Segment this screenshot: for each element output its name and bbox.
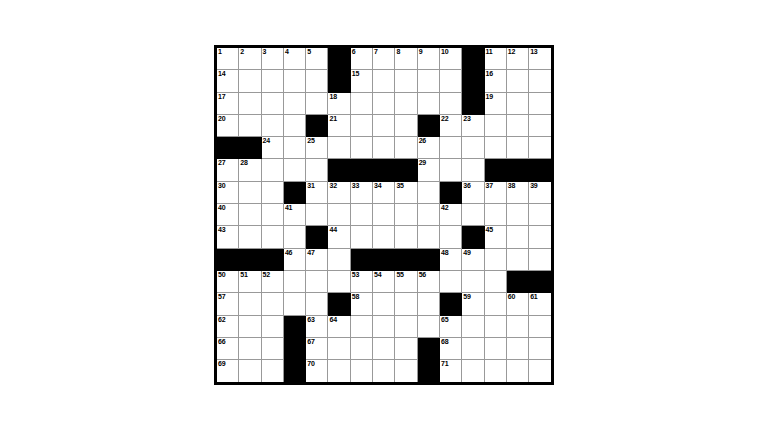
white-cell[interactable]: [395, 293, 417, 315]
crossword-grid: 1234567891011121314151617181920212223242…: [214, 45, 554, 385]
clue-number: 30: [218, 182, 225, 190]
clue-number: 38: [508, 182, 515, 190]
white-cell[interactable]: [418, 293, 440, 315]
white-cell[interactable]: 30: [217, 182, 239, 204]
white-cell[interactable]: 67: [306, 338, 328, 360]
white-cell[interactable]: 34: [373, 182, 395, 204]
white-cell[interactable]: [262, 338, 284, 360]
white-cell[interactable]: [507, 204, 529, 226]
clue-number: 49: [463, 249, 470, 257]
black-cell: [328, 70, 350, 92]
white-cell[interactable]: [418, 316, 440, 338]
white-cell[interactable]: [373, 115, 395, 137]
white-cell[interactable]: 10: [440, 48, 462, 70]
clue-number: 5: [307, 48, 311, 56]
white-cell[interactable]: [462, 137, 484, 159]
white-cell[interactable]: [284, 293, 306, 315]
white-cell[interactable]: [262, 293, 284, 315]
white-cell[interactable]: [418, 204, 440, 226]
white-cell[interactable]: [529, 93, 551, 115]
clue-number: 64: [329, 316, 336, 324]
white-cell[interactable]: 55: [395, 271, 417, 293]
clue-number: 63: [307, 316, 314, 324]
white-cell[interactable]: [485, 137, 507, 159]
white-cell[interactable]: 41: [284, 204, 306, 226]
clue-number: 62: [218, 316, 225, 324]
black-cell: [529, 159, 551, 181]
black-cell: [373, 159, 395, 181]
white-cell[interactable]: [507, 70, 529, 92]
white-cell[interactable]: [529, 226, 551, 248]
clue-number: 33: [352, 182, 359, 190]
clue-number: 59: [463, 293, 470, 301]
clue-number: 28: [240, 159, 247, 167]
black-cell: [328, 48, 350, 70]
white-cell[interactable]: 26: [418, 137, 440, 159]
clue-number: 69: [218, 360, 225, 368]
clue-number: 11: [486, 48, 493, 56]
clue-number: 23: [463, 115, 470, 123]
white-cell[interactable]: [351, 226, 373, 248]
black-cell: [462, 226, 484, 248]
clue-number: 46: [285, 249, 292, 257]
clue-number: 27: [218, 159, 225, 167]
white-cell[interactable]: 63: [306, 316, 328, 338]
white-cell[interactable]: [529, 338, 551, 360]
white-cell[interactable]: 24: [262, 137, 284, 159]
black-cell: [462, 93, 484, 115]
white-cell[interactable]: 37: [485, 182, 507, 204]
black-cell: [462, 48, 484, 70]
white-cell[interactable]: 11: [485, 48, 507, 70]
white-cell[interactable]: [462, 360, 484, 382]
white-cell[interactable]: [373, 316, 395, 338]
white-cell[interactable]: [262, 204, 284, 226]
black-cell: [284, 338, 306, 360]
white-cell[interactable]: [440, 226, 462, 248]
white-cell[interactable]: [507, 115, 529, 137]
white-cell[interactable]: [239, 70, 261, 92]
clue-number: 31: [307, 182, 314, 190]
white-cell[interactable]: [529, 249, 551, 271]
white-cell[interactable]: 59: [462, 293, 484, 315]
white-cell[interactable]: 71: [440, 360, 462, 382]
white-cell[interactable]: [395, 338, 417, 360]
black-cell: [351, 159, 373, 181]
black-cell: [462, 70, 484, 92]
clue-number: 20: [218, 115, 225, 123]
white-cell[interactable]: 32: [328, 182, 350, 204]
white-cell[interactable]: [351, 204, 373, 226]
clue-number: 17: [218, 93, 225, 101]
white-cell[interactable]: [306, 271, 328, 293]
clue-number: 43: [218, 226, 225, 234]
white-cell[interactable]: [239, 293, 261, 315]
white-cell[interactable]: 44: [328, 226, 350, 248]
clue-number: 12: [508, 48, 515, 56]
clue-number: 8: [396, 48, 400, 56]
white-cell[interactable]: 52: [262, 271, 284, 293]
white-cell[interactable]: 42: [440, 204, 462, 226]
white-cell[interactable]: [373, 338, 395, 360]
black-cell: [418, 360, 440, 382]
white-cell[interactable]: 57: [217, 293, 239, 315]
clue-number: 52: [263, 271, 270, 279]
white-cell[interactable]: 70: [306, 360, 328, 382]
white-cell[interactable]: [507, 93, 529, 115]
black-cell: [306, 115, 328, 137]
clue-number: 58: [352, 293, 359, 301]
white-cell[interactable]: [529, 360, 551, 382]
clue-number: 15: [352, 70, 359, 78]
white-cell[interactable]: 66: [217, 338, 239, 360]
white-cell[interactable]: 65: [440, 316, 462, 338]
white-cell[interactable]: [239, 182, 261, 204]
black-cell: [395, 159, 417, 181]
white-cell[interactable]: [306, 70, 328, 92]
clue-number: 22: [441, 115, 448, 123]
white-cell[interactable]: [351, 316, 373, 338]
white-cell[interactable]: [507, 226, 529, 248]
clue-number: 53: [352, 271, 359, 279]
white-cell[interactable]: [284, 93, 306, 115]
clue-number: 40: [218, 204, 225, 212]
white-cell[interactable]: [507, 137, 529, 159]
white-cell[interactable]: 21: [328, 115, 350, 137]
clue-number: 13: [530, 48, 537, 56]
white-cell[interactable]: 17: [217, 93, 239, 115]
white-cell[interactable]: [239, 115, 261, 137]
white-cell[interactable]: [507, 338, 529, 360]
clue-number: 29: [419, 159, 426, 167]
clue-number: 48: [441, 249, 448, 257]
white-cell[interactable]: [440, 137, 462, 159]
white-cell[interactable]: [373, 293, 395, 315]
white-cell[interactable]: [284, 159, 306, 181]
white-cell[interactable]: [351, 137, 373, 159]
white-cell[interactable]: [507, 316, 529, 338]
white-cell[interactable]: [418, 93, 440, 115]
white-cell[interactable]: [440, 70, 462, 92]
white-cell[interactable]: 61: [529, 293, 551, 315]
white-cell[interactable]: [395, 70, 417, 92]
clue-number: 71: [441, 360, 448, 368]
white-cell[interactable]: 47: [306, 249, 328, 271]
white-cell[interactable]: [395, 360, 417, 382]
white-cell[interactable]: [485, 115, 507, 137]
white-cell[interactable]: 14: [217, 70, 239, 92]
white-cell[interactable]: [418, 70, 440, 92]
white-cell[interactable]: [262, 182, 284, 204]
white-cell[interactable]: [462, 204, 484, 226]
white-cell[interactable]: [328, 271, 350, 293]
white-cell[interactable]: [373, 204, 395, 226]
clue-number: 45: [486, 226, 493, 234]
white-cell[interactable]: [239, 316, 261, 338]
white-cell[interactable]: [485, 249, 507, 271]
clue-number: 61: [530, 293, 537, 301]
white-cell[interactable]: 35: [395, 182, 417, 204]
white-cell[interactable]: [462, 316, 484, 338]
clue-number: 50: [218, 271, 225, 279]
white-cell[interactable]: [284, 70, 306, 92]
black-cell: [529, 271, 551, 293]
crossword-board: 1234567891011121314151617181920212223242…: [214, 45, 554, 385]
white-cell[interactable]: 51: [239, 271, 261, 293]
white-cell[interactable]: [262, 159, 284, 181]
white-cell[interactable]: 5: [306, 48, 328, 70]
white-cell[interactable]: 12: [507, 48, 529, 70]
white-cell[interactable]: [351, 338, 373, 360]
black-cell: [507, 271, 529, 293]
white-cell[interactable]: 58: [351, 293, 373, 315]
clue-number: 42: [441, 204, 448, 212]
white-cell[interactable]: [284, 137, 306, 159]
white-cell[interactable]: [306, 204, 328, 226]
black-cell: [262, 249, 284, 271]
white-cell[interactable]: [373, 137, 395, 159]
white-cell[interactable]: 62: [217, 316, 239, 338]
white-cell[interactable]: [328, 338, 350, 360]
white-cell[interactable]: 29: [418, 159, 440, 181]
white-cell[interactable]: 9: [418, 48, 440, 70]
white-cell[interactable]: 53: [351, 271, 373, 293]
white-cell[interactable]: [485, 293, 507, 315]
white-cell[interactable]: [373, 93, 395, 115]
white-cell[interactable]: [328, 204, 350, 226]
white-cell[interactable]: 48: [440, 249, 462, 271]
white-cell[interactable]: [418, 226, 440, 248]
clue-number: 2: [240, 48, 244, 56]
clue-number: 55: [396, 271, 403, 279]
white-cell[interactable]: [351, 93, 373, 115]
black-cell: [217, 137, 239, 159]
white-cell[interactable]: 40: [217, 204, 239, 226]
white-cell[interactable]: 33: [351, 182, 373, 204]
clue-number: 37: [486, 182, 493, 190]
white-cell[interactable]: 7: [373, 48, 395, 70]
white-cell[interactable]: [395, 226, 417, 248]
clue-number: 39: [530, 182, 537, 190]
clue-number: 60: [508, 293, 515, 301]
black-cell: [418, 115, 440, 137]
white-cell[interactable]: [529, 115, 551, 137]
white-cell[interactable]: [262, 70, 284, 92]
white-cell[interactable]: 60: [507, 293, 529, 315]
white-cell[interactable]: [529, 204, 551, 226]
white-cell[interactable]: [373, 70, 395, 92]
white-cell[interactable]: 50: [217, 271, 239, 293]
white-cell[interactable]: [373, 226, 395, 248]
clue-number: 24: [263, 137, 270, 145]
black-cell: [284, 182, 306, 204]
white-cell[interactable]: [328, 360, 350, 382]
black-cell: [440, 293, 462, 315]
white-cell[interactable]: 36: [462, 182, 484, 204]
white-cell[interactable]: [485, 204, 507, 226]
white-cell[interactable]: [284, 226, 306, 248]
black-cell: [239, 137, 261, 159]
white-cell[interactable]: [351, 115, 373, 137]
clue-number: 1: [218, 48, 222, 56]
white-cell[interactable]: [462, 271, 484, 293]
white-cell[interactable]: [239, 226, 261, 248]
clue-number: 34: [374, 182, 381, 190]
white-cell[interactable]: [485, 271, 507, 293]
white-cell[interactable]: [262, 316, 284, 338]
black-cell: [507, 159, 529, 181]
clue-number: 68: [441, 338, 448, 346]
clue-number: 9: [419, 48, 423, 56]
black-cell: [418, 249, 440, 271]
clue-number: 4: [285, 48, 289, 56]
clue-number: 35: [396, 182, 403, 190]
white-cell[interactable]: [507, 249, 529, 271]
white-cell[interactable]: [485, 316, 507, 338]
black-cell: [328, 293, 350, 315]
clue-number: 67: [307, 338, 314, 346]
white-cell[interactable]: [395, 316, 417, 338]
clue-number: 16: [486, 70, 493, 78]
clue-number: 65: [441, 316, 448, 324]
white-cell[interactable]: 22: [440, 115, 462, 137]
black-cell: [395, 249, 417, 271]
clue-number: 18: [329, 93, 336, 101]
clue-number: 51: [240, 271, 247, 279]
white-cell[interactable]: [328, 249, 350, 271]
white-cell[interactable]: [395, 137, 417, 159]
white-cell[interactable]: 31: [306, 182, 328, 204]
white-cell[interactable]: [529, 70, 551, 92]
white-cell[interactable]: [262, 93, 284, 115]
white-cell[interactable]: [507, 360, 529, 382]
white-cell[interactable]: 46: [284, 249, 306, 271]
white-cell[interactable]: 27: [217, 159, 239, 181]
white-cell[interactable]: 3: [262, 48, 284, 70]
white-cell[interactable]: 15: [351, 70, 373, 92]
clue-number: 41: [285, 204, 292, 212]
white-cell[interactable]: [395, 93, 417, 115]
white-cell[interactable]: 68: [440, 338, 462, 360]
white-cell[interactable]: [262, 115, 284, 137]
white-cell[interactable]: 18: [328, 93, 350, 115]
clue-number: 14: [218, 70, 225, 78]
white-cell[interactable]: 69: [217, 360, 239, 382]
black-cell: [217, 249, 239, 271]
clue-number: 36: [463, 182, 470, 190]
clue-number: 47: [307, 249, 314, 257]
clue-number: 70: [307, 360, 314, 368]
white-cell[interactable]: [462, 338, 484, 360]
white-cell[interactable]: [306, 159, 328, 181]
clue-number: 6: [352, 48, 356, 56]
black-cell: [239, 249, 261, 271]
white-cell[interactable]: 8: [395, 48, 417, 70]
white-cell[interactable]: 39: [529, 182, 551, 204]
white-cell[interactable]: 2: [239, 48, 261, 70]
white-cell[interactable]: [418, 182, 440, 204]
white-cell[interactable]: 16: [485, 70, 507, 92]
black-cell: [328, 159, 350, 181]
white-cell[interactable]: [440, 271, 462, 293]
clue-number: 66: [218, 338, 225, 346]
white-cell[interactable]: [395, 204, 417, 226]
white-cell[interactable]: 49: [462, 249, 484, 271]
white-cell[interactable]: 43: [217, 226, 239, 248]
white-cell[interactable]: [351, 360, 373, 382]
white-cell[interactable]: [239, 204, 261, 226]
white-cell[interactable]: 6: [351, 48, 373, 70]
white-cell[interactable]: [373, 360, 395, 382]
black-cell: [485, 159, 507, 181]
black-cell: [351, 249, 373, 271]
white-cell[interactable]: [462, 159, 484, 181]
white-cell[interactable]: [284, 115, 306, 137]
white-cell[interactable]: 20: [217, 115, 239, 137]
white-cell[interactable]: [440, 93, 462, 115]
white-cell[interactable]: 56: [418, 271, 440, 293]
white-cell[interactable]: 4: [284, 48, 306, 70]
clue-number: 25: [307, 137, 314, 145]
white-cell[interactable]: [529, 137, 551, 159]
clue-number: 19: [486, 93, 493, 101]
white-cell[interactable]: [529, 316, 551, 338]
clue-number: 54: [374, 271, 381, 279]
white-cell[interactable]: 28: [239, 159, 261, 181]
white-cell[interactable]: 1: [217, 48, 239, 70]
white-cell[interactable]: 13: [529, 48, 551, 70]
white-cell[interactable]: 38: [507, 182, 529, 204]
clue-number: 32: [329, 182, 336, 190]
black-cell: [418, 338, 440, 360]
black-cell: [284, 360, 306, 382]
clue-number: 26: [419, 137, 426, 145]
white-cell[interactable]: [328, 137, 350, 159]
clue-number: 10: [441, 48, 448, 56]
white-cell[interactable]: [262, 226, 284, 248]
white-cell[interactable]: [262, 360, 284, 382]
black-cell: [440, 182, 462, 204]
white-cell[interactable]: 45: [485, 226, 507, 248]
black-cell: [306, 226, 328, 248]
white-cell[interactable]: [485, 338, 507, 360]
clue-number: 44: [329, 226, 336, 234]
clue-number: 56: [419, 271, 426, 279]
white-cell[interactable]: [239, 360, 261, 382]
white-cell[interactable]: 54: [373, 271, 395, 293]
white-cell[interactable]: 25: [306, 137, 328, 159]
white-cell[interactable]: 19: [485, 93, 507, 115]
clue-number: 7: [374, 48, 378, 56]
white-cell[interactable]: [239, 93, 261, 115]
clue-number: 57: [218, 293, 225, 301]
white-cell[interactable]: [306, 93, 328, 115]
white-cell[interactable]: 23: [462, 115, 484, 137]
white-cell[interactable]: [284, 271, 306, 293]
white-cell[interactable]: [395, 115, 417, 137]
white-cell[interactable]: [440, 159, 462, 181]
white-cell[interactable]: [485, 360, 507, 382]
white-cell[interactable]: [306, 293, 328, 315]
white-cell[interactable]: 64: [328, 316, 350, 338]
clue-number: 3: [263, 48, 267, 56]
clue-number: 21: [329, 115, 336, 123]
page: 1234567891011121314151617181920212223242…: [0, 0, 768, 432]
black-cell: [373, 249, 395, 271]
black-cell: [284, 316, 306, 338]
white-cell[interactable]: [239, 338, 261, 360]
